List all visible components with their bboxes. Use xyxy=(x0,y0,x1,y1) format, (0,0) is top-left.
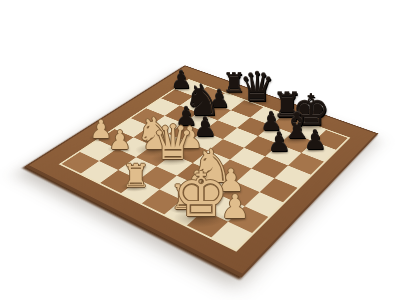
chessboard-photo: ♟♜♛♟♞♜♟♚♟♟♟♝♟♟♟♞♟♛♞♜♟♟♜♟♚ xyxy=(0,0,400,300)
board-squares-grid xyxy=(59,79,351,252)
board-walnut-frame xyxy=(26,65,378,276)
chess-board xyxy=(26,65,378,276)
